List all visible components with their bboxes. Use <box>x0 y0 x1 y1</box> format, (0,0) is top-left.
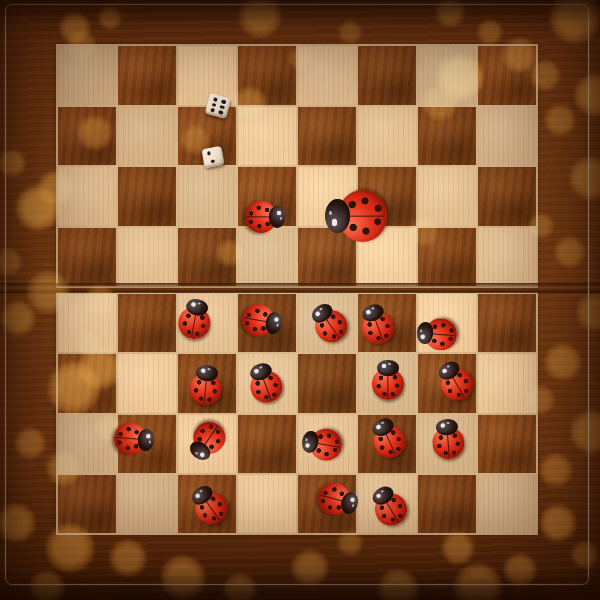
ladybug-piece[interactable] <box>304 297 353 348</box>
die-face-6[interactable] <box>205 93 232 119</box>
ladybug-piece[interactable] <box>184 479 233 530</box>
ladybug-head-icon <box>137 429 155 451</box>
pieces-layer <box>0 0 600 600</box>
ladybug-piece[interactable] <box>315 479 362 520</box>
ladybug-piece[interactable] <box>182 415 231 466</box>
ladybug-piece[interactable] <box>365 413 411 463</box>
ladybug-piece[interactable] <box>365 481 413 532</box>
die-pip <box>220 105 225 110</box>
die-pip <box>207 151 211 155</box>
ladybug-piece[interactable] <box>113 421 156 456</box>
ladybug-piece[interactable] <box>416 316 459 351</box>
die-pip <box>211 102 216 107</box>
ladybug-piece[interactable] <box>245 201 285 233</box>
die-pip <box>221 99 226 104</box>
ladybug-piece[interactable] <box>372 360 404 400</box>
ladybug-piece[interactable] <box>188 364 223 407</box>
ladybug-piece[interactable] <box>430 418 465 461</box>
ladybug-piece[interactable] <box>355 300 399 349</box>
ladybug-piece[interactable] <box>243 359 287 408</box>
board-photo-scene <box>0 0 600 600</box>
ladybug-piece[interactable] <box>240 302 285 340</box>
die-pip <box>213 97 218 102</box>
die-pip <box>218 110 223 115</box>
die-pip <box>211 159 215 163</box>
large-ladybug-piece[interactable] <box>325 190 387 242</box>
ladybug-piece[interactable] <box>300 425 345 463</box>
ladybug-head-icon <box>377 360 398 376</box>
die-face-2[interactable] <box>202 146 225 168</box>
die-pip <box>210 108 215 113</box>
ladybug-piece[interactable] <box>176 297 214 342</box>
ladybug-piece[interactable] <box>431 356 479 407</box>
ladybug-head-icon <box>269 206 285 227</box>
